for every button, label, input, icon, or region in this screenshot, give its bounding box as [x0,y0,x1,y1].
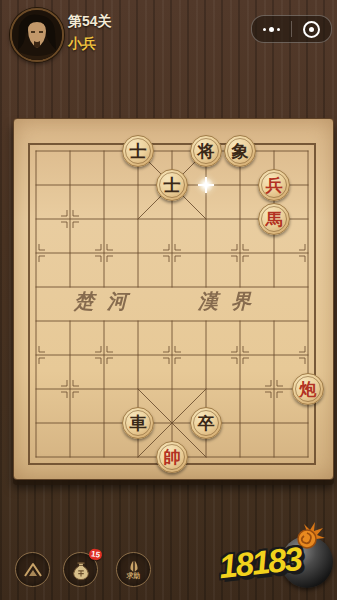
wechat-capsule [251,15,332,43]
level-label: 第54关 [68,13,112,31]
piece-black-general[interactable]: 将 [190,135,222,167]
piece-red-cannon[interactable]: 炮 [292,373,324,405]
piece-glyph: 象 [232,143,249,160]
piece-glyph: 卒 [198,415,215,432]
piece-black-advisor[interactable]: 士 [156,169,188,201]
help-label: 求助 [127,572,141,579]
piece-glyph: 士 [130,143,147,160]
piece-black-soldier[interactable]: 卒 [190,407,222,439]
ellipsis-dots-icon [263,27,280,32]
piece-glyph: 帥 [164,449,181,466]
piece-glyph: 将 [198,143,215,160]
board-grid[interactable]: 士将象士兵馬炮車卒帥 [19,134,325,474]
more-options-button[interactable] [252,16,291,42]
piece-glyph: 兵 [266,177,283,194]
piece-black-chariot[interactable]: 車 [122,407,154,439]
coins-badge: 15 [88,548,102,561]
sparkle-effect [197,176,215,194]
player-name-label: 小兵 [68,35,96,53]
piece-glyph: 炮 [300,381,317,398]
chevron-mountain-icon [21,558,45,582]
money-bag-icon [70,559,92,581]
piece-red-horse[interactable]: 馬 [258,203,290,235]
menu-button[interactable] [15,552,50,587]
board-panel: 楚河 漢界 士将象士兵馬炮車卒帥 [13,118,334,480]
exit-button[interactable] [292,16,331,42]
header: 第54关 小兵 [0,0,337,62]
watermark-18183: 18183 [217,522,335,594]
piece-glyph: 士 [164,177,181,194]
piece-red-soldier[interactable]: 兵 [258,169,290,201]
piece-glyph: 車 [130,415,147,432]
piece-black-advisor[interactable]: 士 [122,135,154,167]
piece-red-general[interactable]: 帥 [156,441,188,473]
target-circle-icon [303,21,320,38]
help-button[interactable]: 求助 [116,552,151,587]
piece-glyph: 馬 [266,211,283,228]
piece-black-elephant[interactable]: 象 [224,135,256,167]
coins-button[interactable]: 15 [63,552,98,587]
avatar-portrait [12,10,62,60]
avatar [10,8,64,62]
